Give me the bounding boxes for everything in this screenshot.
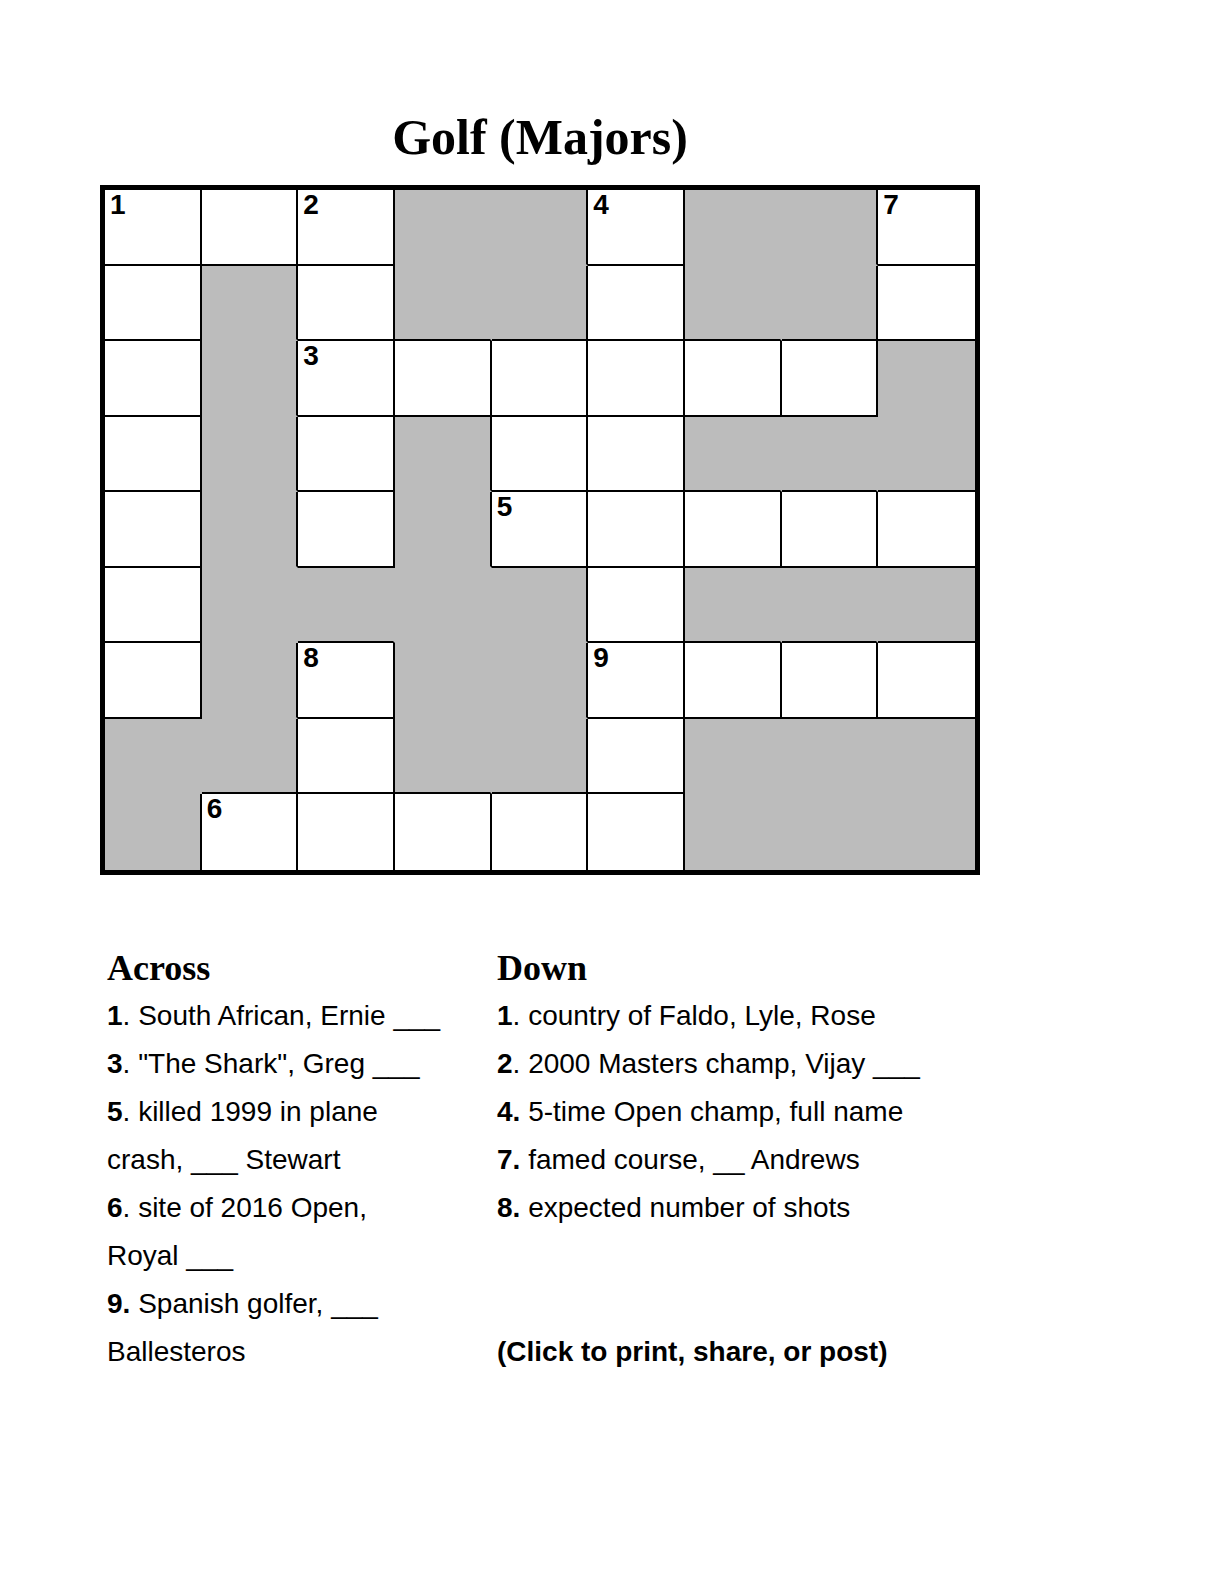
open-cell[interactable]: [105, 568, 202, 644]
print-share-note[interactable]: (Click to print, share, or post): [497, 1328, 957, 1376]
down-header: Down: [497, 944, 957, 992]
across-clues: Across 1. South African, Ernie ___ 3. "T…: [100, 944, 497, 1376]
clue-text: . site of 2016 Open,: [123, 1192, 367, 1223]
down-clue-7: 7. famed course, __ Andrews: [497, 1136, 957, 1184]
open-cell[interactable]: [685, 492, 782, 568]
clue-text: 5-time Open champ, full name: [520, 1096, 903, 1127]
blocked-cell: [782, 568, 879, 644]
blocked-cell: [202, 719, 299, 795]
blocked-cell: [395, 643, 492, 719]
open-cell[interactable]: [492, 794, 589, 870]
clue-number-label: 8.: [497, 1192, 520, 1223]
blocked-cell: [782, 417, 879, 493]
down-clue-1: 1. country of Faldo, Lyle, Rose: [497, 992, 957, 1040]
clue-text: . killed 1999 in plane: [123, 1096, 378, 1127]
open-cell[interactable]: [878, 492, 975, 568]
open-cell[interactable]: 6: [202, 794, 299, 870]
blocked-cell: [202, 417, 299, 493]
across-clue-1: 1. South African, Ernie ___: [107, 992, 497, 1040]
clue-number-label: 1: [497, 1000, 513, 1031]
clue-text: Royal ___: [107, 1240, 233, 1271]
open-cell[interactable]: 9: [588, 643, 685, 719]
open-cell[interactable]: [395, 341, 492, 417]
blocked-cell: [202, 492, 299, 568]
open-cell[interactable]: [588, 719, 685, 795]
open-cell[interactable]: [588, 266, 685, 342]
open-cell[interactable]: [685, 341, 782, 417]
open-cell[interactable]: [492, 341, 589, 417]
blocked-cell: [685, 568, 782, 644]
open-cell[interactable]: 8: [298, 643, 395, 719]
spacer-line: [497, 1232, 957, 1280]
blocked-cell: [395, 719, 492, 795]
clue-number: 6: [207, 794, 223, 824]
clue-text: Spanish golfer, ___: [130, 1288, 378, 1319]
blocked-cell: [782, 190, 879, 266]
crossword-grid: 124735896: [100, 185, 980, 875]
open-cell[interactable]: [105, 492, 202, 568]
blocked-cell: [202, 266, 299, 342]
open-cell[interactable]: [878, 643, 975, 719]
down-clue-2: 2. 2000 Masters champ, Vijay ___: [497, 1040, 957, 1088]
clue-text: . 2000 Masters champ, Vijay ___: [513, 1048, 920, 1079]
clue-number-label: 2: [497, 1048, 513, 1079]
blocked-cell: [685, 794, 782, 870]
open-cell[interactable]: [298, 266, 395, 342]
open-cell[interactable]: [395, 794, 492, 870]
open-cell[interactable]: [878, 266, 975, 342]
open-cell[interactable]: [588, 794, 685, 870]
open-cell[interactable]: [588, 492, 685, 568]
open-cell[interactable]: [105, 417, 202, 493]
open-cell[interactable]: 3: [298, 341, 395, 417]
open-cell[interactable]: [298, 492, 395, 568]
blocked-cell: [202, 643, 299, 719]
blocked-cell: [202, 341, 299, 417]
blocked-cell: [878, 719, 975, 795]
across-clue-6: 6. site of 2016 Open,: [107, 1184, 497, 1232]
blocked-cell: [395, 568, 492, 644]
clue-number: 9: [593, 643, 609, 673]
clue-text: crash, ___ Stewart: [107, 1144, 340, 1175]
across-clue-5-cont: crash, ___ Stewart: [107, 1136, 497, 1184]
clue-text: famed course, __ Andrews: [520, 1144, 859, 1175]
clue-number: 7: [883, 190, 899, 220]
open-cell[interactable]: 1: [105, 190, 202, 266]
blocked-cell: [395, 266, 492, 342]
down-clues: Down 1. country of Faldo, Lyle, Rose 2. …: [497, 944, 957, 1376]
across-clue-5: 5. killed 1999 in plane: [107, 1088, 497, 1136]
blocked-cell: [685, 266, 782, 342]
blocked-cell: [782, 266, 879, 342]
blocked-cell: [105, 719, 202, 795]
open-cell[interactable]: [782, 643, 879, 719]
open-cell[interactable]: 2: [298, 190, 395, 266]
clue-number-label: 4.: [497, 1096, 520, 1127]
clue-number: 3: [303, 341, 319, 371]
open-cell[interactable]: [105, 266, 202, 342]
down-clue-4: 4. 5-time Open champ, full name: [497, 1088, 957, 1136]
puzzle-title: Golf (Majors): [100, 0, 980, 166]
blocked-cell: [492, 568, 589, 644]
clue-text: . country of Faldo, Lyle, Rose: [513, 1000, 876, 1031]
clue-number-label: 9.: [107, 1288, 130, 1319]
open-cell[interactable]: 7: [878, 190, 975, 266]
open-cell[interactable]: [685, 643, 782, 719]
blocked-cell: [492, 190, 589, 266]
across-header: Across: [107, 944, 497, 992]
clue-number: 4: [593, 190, 609, 220]
open-cell[interactable]: [298, 417, 395, 493]
clue-number: 2: [303, 190, 319, 220]
clue-text: Ballesteros: [107, 1336, 246, 1367]
blocked-cell: [685, 719, 782, 795]
blocked-cell: [105, 794, 202, 870]
open-cell[interactable]: [782, 341, 879, 417]
blocked-cell: [492, 719, 589, 795]
clue-number: 5: [497, 492, 513, 522]
clue-number-label: 1: [107, 1000, 123, 1031]
blocked-cell: [492, 643, 589, 719]
open-cell[interactable]: [492, 417, 589, 493]
clue-section: Across 1. South African, Ernie ___ 3. "T…: [100, 944, 980, 1376]
clue-number-label: 7.: [497, 1144, 520, 1175]
down-clue-8: 8. expected number of shots: [497, 1184, 957, 1232]
clue-text: . "The Shark", Greg ___: [123, 1048, 420, 1079]
across-clue-3: 3. "The Shark", Greg ___: [107, 1040, 497, 1088]
content-column: Golf (Majors) 124735896 Across 1. South …: [100, 0, 980, 1376]
blocked-cell: [492, 266, 589, 342]
blocked-cell: [395, 492, 492, 568]
open-cell[interactable]: [588, 341, 685, 417]
blocked-cell: [395, 417, 492, 493]
across-clue-9: 9. Spanish golfer, ___: [107, 1280, 497, 1328]
clue-text: expected number of shots: [520, 1192, 850, 1223]
across-clue-9-cont: Ballesteros: [107, 1328, 497, 1376]
open-cell[interactable]: [782, 492, 879, 568]
blocked-cell: [782, 794, 879, 870]
blocked-cell: [395, 190, 492, 266]
open-cell[interactable]: [298, 794, 395, 870]
crossword-page: Golf (Majors) 124735896 Across 1. South …: [0, 0, 1224, 1584]
open-cell[interactable]: [202, 190, 299, 266]
blocked-cell: [878, 341, 975, 417]
blocked-cell: [298, 568, 395, 644]
clue-number-label: 5: [107, 1096, 123, 1127]
open-cell[interactable]: 4: [588, 190, 685, 266]
open-cell[interactable]: 5: [492, 492, 589, 568]
blocked-cell: [878, 568, 975, 644]
open-cell[interactable]: [105, 643, 202, 719]
blocked-cell: [878, 794, 975, 870]
across-clue-6-cont: Royal ___: [107, 1232, 497, 1280]
clue-number-label: 3: [107, 1048, 123, 1079]
open-cell[interactable]: [105, 341, 202, 417]
clue-number-label: 6: [107, 1192, 123, 1223]
blocked-cell: [202, 568, 299, 644]
open-cell[interactable]: [298, 719, 395, 795]
clue-number: 8: [303, 643, 319, 673]
open-cell[interactable]: [588, 568, 685, 644]
blocked-cell: [685, 417, 782, 493]
blocked-cell: [782, 719, 879, 795]
clue-text: . South African, Ernie ___: [123, 1000, 441, 1031]
blocked-cell: [685, 190, 782, 266]
clue-number: 1: [110, 190, 126, 220]
blocked-cell: [878, 417, 975, 493]
spacer-line: [497, 1280, 957, 1328]
open-cell[interactable]: [588, 417, 685, 493]
